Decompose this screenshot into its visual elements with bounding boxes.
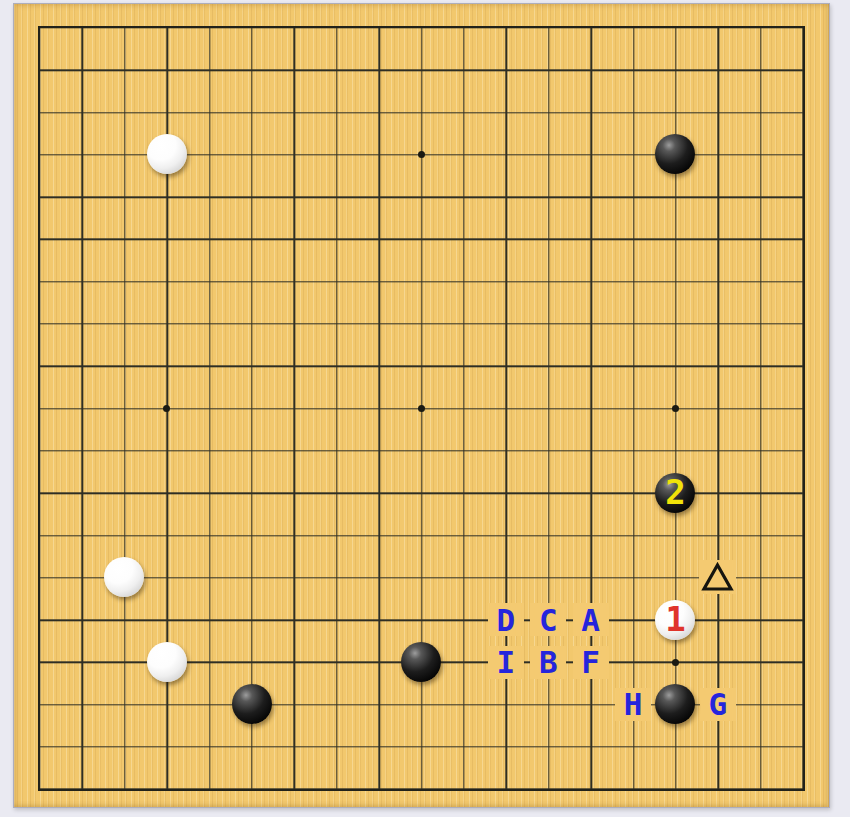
letter-point-H[interactable]: H	[615, 688, 651, 721]
black-stone-Q3	[655, 684, 695, 724]
star-point	[672, 405, 679, 412]
black-stone-F3	[232, 684, 272, 724]
star-point	[418, 151, 425, 158]
go-board[interactable]: DCAIBFHG21	[13, 3, 830, 808]
letter-point-B[interactable]: B	[530, 646, 566, 679]
star-point	[672, 659, 679, 666]
black-stone-Q8: 2	[655, 473, 695, 513]
letter-point-C[interactable]: C	[530, 603, 566, 636]
black-stone-Q16	[655, 134, 695, 174]
letter-point-D[interactable]: D	[488, 603, 524, 636]
move-number-1: 1	[665, 599, 685, 639]
triangle-mark	[699, 560, 736, 594]
white-stone-C6	[104, 557, 144, 597]
black-stone-K4	[401, 642, 441, 682]
board-grid: DCAIBFHG21	[18, 6, 823, 810]
move-number-2: 2	[665, 472, 685, 512]
letter-point-G[interactable]: G	[700, 688, 736, 721]
star-point	[418, 405, 425, 412]
letter-point-A[interactable]: A	[573, 603, 609, 636]
white-stone-Q5: 1	[655, 600, 695, 640]
letter-point-F[interactable]: F	[573, 646, 609, 679]
white-stone-D16	[147, 134, 187, 174]
letter-point-I[interactable]: I	[488, 646, 524, 679]
star-point	[163, 405, 170, 412]
white-stone-D4	[147, 642, 187, 682]
